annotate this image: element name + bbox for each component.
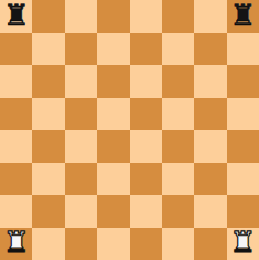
square-c5[interactable] [65, 98, 97, 131]
square-d1[interactable] [97, 228, 129, 260]
square-c6[interactable] [65, 65, 97, 98]
square-d3[interactable] [97, 163, 129, 196]
square-c3[interactable] [65, 163, 97, 196]
square-a8[interactable]: ♜ [0, 0, 32, 33]
square-h6[interactable] [227, 65, 259, 98]
square-f1[interactable] [162, 228, 194, 260]
square-f3[interactable] [162, 163, 194, 196]
square-c8[interactable] [65, 0, 97, 33]
square-e8[interactable] [130, 0, 162, 33]
square-a2[interactable] [0, 195, 32, 228]
square-f2[interactable] [162, 195, 194, 228]
square-f6[interactable] [162, 65, 194, 98]
square-g3[interactable] [194, 163, 226, 196]
square-d4[interactable] [97, 130, 129, 163]
square-d5[interactable] [97, 98, 129, 131]
square-c4[interactable] [65, 130, 97, 163]
square-e5[interactable] [130, 98, 162, 131]
square-e4[interactable] [130, 130, 162, 163]
square-e2[interactable] [130, 195, 162, 228]
square-a1[interactable]: ♜ [0, 228, 32, 260]
square-h1[interactable]: ♜ [227, 228, 259, 260]
square-f5[interactable] [162, 98, 194, 131]
square-g8[interactable] [194, 0, 226, 33]
square-b4[interactable] [32, 130, 64, 163]
square-c7[interactable] [65, 33, 97, 66]
square-h2[interactable] [227, 195, 259, 228]
square-a5[interactable] [0, 98, 32, 131]
square-c2[interactable] [65, 195, 97, 228]
square-a4[interactable] [0, 130, 32, 163]
square-e3[interactable] [130, 163, 162, 196]
square-d7[interactable] [97, 33, 129, 66]
square-g7[interactable] [194, 33, 226, 66]
piece-white-rook-a1[interactable]: ♜ [3, 228, 29, 257]
square-g2[interactable] [194, 195, 226, 228]
square-b5[interactable] [32, 98, 64, 131]
square-b7[interactable] [32, 33, 64, 66]
piece-black-rook-a8[interactable]: ♜ [3, 1, 29, 30]
square-b3[interactable] [32, 163, 64, 196]
square-a7[interactable] [0, 33, 32, 66]
square-d6[interactable] [97, 65, 129, 98]
square-a3[interactable] [0, 163, 32, 196]
square-h4[interactable] [227, 130, 259, 163]
piece-black-rook-h8[interactable]: ♜ [230, 1, 256, 30]
square-h3[interactable] [227, 163, 259, 196]
piece-white-rook-h1[interactable]: ♜ [230, 228, 256, 257]
chess-board: ♜♜♜♜ [0, 0, 259, 260]
square-b2[interactable] [32, 195, 64, 228]
square-e7[interactable] [130, 33, 162, 66]
square-g4[interactable] [194, 130, 226, 163]
square-b1[interactable] [32, 228, 64, 260]
square-g6[interactable] [194, 65, 226, 98]
square-b6[interactable] [32, 65, 64, 98]
square-g1[interactable] [194, 228, 226, 260]
square-d8[interactable] [97, 0, 129, 33]
square-h8[interactable]: ♜ [227, 0, 259, 33]
square-h5[interactable] [227, 98, 259, 131]
square-a6[interactable] [0, 65, 32, 98]
square-f7[interactable] [162, 33, 194, 66]
square-d2[interactable] [97, 195, 129, 228]
square-f4[interactable] [162, 130, 194, 163]
square-e1[interactable] [130, 228, 162, 260]
square-e6[interactable] [130, 65, 162, 98]
square-f8[interactable] [162, 0, 194, 33]
square-g5[interactable] [194, 98, 226, 131]
square-c1[interactable] [65, 228, 97, 260]
square-b8[interactable] [32, 0, 64, 33]
square-h7[interactable] [227, 33, 259, 66]
